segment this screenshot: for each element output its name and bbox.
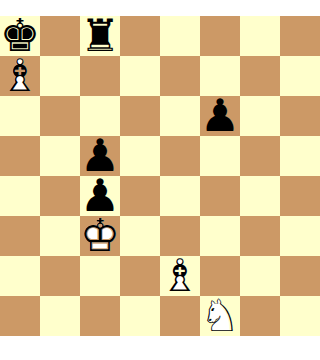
piece-white-king-c3[interactable]: ♚♔ — [80, 216, 120, 256]
square-b5[interactable] — [40, 136, 80, 176]
square-g4[interactable] — [240, 176, 280, 216]
square-f8[interactable] — [200, 16, 240, 56]
black-pawn-icon: ♟ — [80, 173, 120, 218]
square-c3[interactable]: ♚♔ — [80, 216, 120, 256]
piece-black-king-a8[interactable]: ♚ — [0, 16, 40, 56]
white-bishop-icon: ♗ — [0, 53, 40, 98]
chess-board: ♚♜♝♗♟♟♟♚♔♝♗♞♘ — [0, 16, 320, 336]
black-king-icon: ♚ — [0, 13, 40, 58]
square-c2[interactable] — [80, 256, 120, 296]
square-a4[interactable] — [0, 176, 40, 216]
square-h5[interactable] — [280, 136, 320, 176]
white-bishop-fill-glyph: ♝ — [160, 253, 200, 298]
white-knight-fill-glyph: ♞ — [200, 293, 240, 338]
white-knight-icon: ♘ — [200, 293, 240, 338]
square-g6[interactable] — [240, 96, 280, 136]
footer-bar: 1. ? — [0, 336, 320, 360]
square-h3[interactable] — [280, 216, 320, 256]
square-h6[interactable] — [280, 96, 320, 136]
square-e1[interactable] — [160, 296, 200, 336]
square-b1[interactable] — [40, 296, 80, 336]
square-a6[interactable] — [0, 96, 40, 136]
title-bar: MES.0924 — [0, 0, 320, 16]
square-a3[interactable] — [0, 216, 40, 256]
square-h2[interactable] — [280, 256, 320, 296]
square-h1[interactable] — [280, 296, 320, 336]
square-d3[interactable] — [120, 216, 160, 256]
square-f2[interactable] — [200, 256, 240, 296]
square-h8[interactable] — [280, 16, 320, 56]
black-pawn-icon: ♟ — [80, 133, 120, 178]
square-b8[interactable] — [40, 16, 80, 56]
piece-black-rook-c8[interactable]: ♜ — [80, 16, 120, 56]
square-e4[interactable] — [160, 176, 200, 216]
square-d5[interactable] — [120, 136, 160, 176]
square-b6[interactable] — [40, 96, 80, 136]
square-g2[interactable] — [240, 256, 280, 296]
piece-black-pawn-c5[interactable]: ♟ — [80, 136, 120, 176]
square-e2[interactable]: ♝♗ — [160, 256, 200, 296]
square-c1[interactable] — [80, 296, 120, 336]
square-c7[interactable] — [80, 56, 120, 96]
square-g7[interactable] — [240, 56, 280, 96]
square-b4[interactable] — [40, 176, 80, 216]
square-f5[interactable] — [200, 136, 240, 176]
square-h7[interactable] — [280, 56, 320, 96]
black-rook-icon: ♜ — [80, 13, 120, 58]
square-d8[interactable] — [120, 16, 160, 56]
piece-white-bishop-e2[interactable]: ♝♗ — [160, 256, 200, 296]
chess-puzzle-screen: MES.0924 ♚♜♝♗♟♟♟♚♔♝♗♞♘ 1. ? — [0, 0, 320, 360]
square-b2[interactable] — [40, 256, 80, 296]
black-pawn-icon: ♟ — [200, 93, 240, 138]
square-d1[interactable] — [120, 296, 160, 336]
square-d4[interactable] — [120, 176, 160, 216]
square-f4[interactable] — [200, 176, 240, 216]
piece-white-knight-f1[interactable]: ♞♘ — [200, 296, 240, 336]
square-g3[interactable] — [240, 216, 280, 256]
white-bishop-fill-glyph: ♝ — [0, 53, 40, 98]
square-c4[interactable]: ♟ — [80, 176, 120, 216]
square-h4[interactable] — [280, 176, 320, 216]
square-a2[interactable] — [0, 256, 40, 296]
square-a5[interactable] — [0, 136, 40, 176]
square-g1[interactable] — [240, 296, 280, 336]
square-c5[interactable]: ♟ — [80, 136, 120, 176]
square-c6[interactable] — [80, 96, 120, 136]
square-g8[interactable] — [240, 16, 280, 56]
square-e3[interactable] — [160, 216, 200, 256]
square-d7[interactable] — [120, 56, 160, 96]
square-g5[interactable] — [240, 136, 280, 176]
square-e5[interactable] — [160, 136, 200, 176]
square-b7[interactable] — [40, 56, 80, 96]
square-a8[interactable]: ♚ — [0, 16, 40, 56]
piece-white-bishop-a7[interactable]: ♝♗ — [0, 56, 40, 96]
square-f7[interactable] — [200, 56, 240, 96]
square-f3[interactable] — [200, 216, 240, 256]
square-d6[interactable] — [120, 96, 160, 136]
square-d2[interactable] — [120, 256, 160, 296]
white-bishop-icon: ♗ — [160, 253, 200, 298]
square-c8[interactable]: ♜ — [80, 16, 120, 56]
square-e7[interactable] — [160, 56, 200, 96]
white-king-fill-glyph: ♚ — [80, 213, 120, 258]
white-king-icon: ♔ — [80, 213, 120, 258]
square-a1[interactable] — [0, 296, 40, 336]
square-f1[interactable]: ♞♘ — [200, 296, 240, 336]
square-a7[interactable]: ♝♗ — [0, 56, 40, 96]
square-e8[interactable] — [160, 16, 200, 56]
square-f6[interactable]: ♟ — [200, 96, 240, 136]
square-e6[interactable] — [160, 96, 200, 136]
piece-black-pawn-c4[interactable]: ♟ — [80, 176, 120, 216]
piece-black-pawn-f6[interactable]: ♟ — [200, 96, 240, 136]
square-b3[interactable] — [40, 216, 80, 256]
